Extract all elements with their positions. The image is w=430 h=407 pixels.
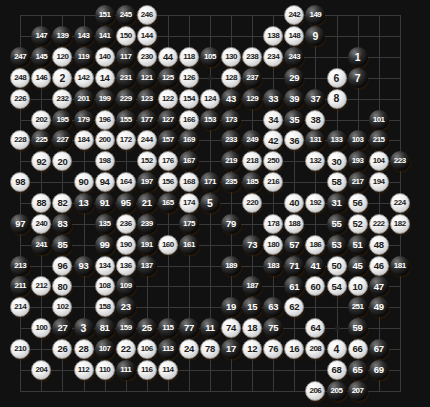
stone-black-159: 159 <box>116 318 136 338</box>
stone-black-83: 83 <box>52 214 72 234</box>
board-frame: 1512452462421491471391431411501441381489… <box>0 0 430 407</box>
stone-white-220: 220 <box>242 193 262 213</box>
stone-black-57: 57 <box>284 235 304 255</box>
stone-white-148: 148 <box>284 26 304 46</box>
stone-black-99: 99 <box>95 235 115 255</box>
stone-black-25: 25 <box>137 318 157 338</box>
stone-white-216: 216 <box>263 172 283 192</box>
stone-black-241: 241 <box>31 235 51 255</box>
stone-black-247: 247 <box>10 47 30 67</box>
stone-white-146: 146 <box>31 68 51 88</box>
stone-white-118: 118 <box>179 47 199 67</box>
stone-white-242: 242 <box>284 5 304 25</box>
stone-black-117: 117 <box>116 47 136 67</box>
stone-black-69: 69 <box>369 360 389 380</box>
stone-white-112: 112 <box>74 360 94 380</box>
stone-white-156: 156 <box>158 172 178 192</box>
stone-white-178: 178 <box>263 214 283 234</box>
stone-white-208: 208 <box>305 339 325 359</box>
stone-black-41: 41 <box>305 256 325 276</box>
stone-white-16: 16 <box>284 339 304 359</box>
stone-white-150: 150 <box>116 26 136 46</box>
stone-black-217: 217 <box>348 172 368 192</box>
stone-white-74: 74 <box>221 318 241 338</box>
stone-white-180: 180 <box>263 235 283 255</box>
stone-black-173: 173 <box>221 110 241 130</box>
stone-black-171: 171 <box>200 172 220 192</box>
stone-white-122: 122 <box>158 89 178 109</box>
stone-white-164: 164 <box>116 172 136 192</box>
stone-white-36: 36 <box>284 130 304 150</box>
stone-black-71: 71 <box>284 256 304 276</box>
stone-white-166: 166 <box>179 110 199 130</box>
stone-black-147: 147 <box>31 26 51 46</box>
stone-white-96: 96 <box>52 256 72 276</box>
stone-black-215: 215 <box>369 130 389 150</box>
stone-black-227: 227 <box>52 130 72 150</box>
stone-white-66: 66 <box>348 339 368 359</box>
stone-white-14: 14 <box>95 68 115 88</box>
stone-black-165: 165 <box>158 193 178 213</box>
stone-white-160: 160 <box>158 235 178 255</box>
stone-white-110: 110 <box>95 360 115 380</box>
stone-black-65: 65 <box>348 360 368 380</box>
stone-white-8: 8 <box>327 89 347 109</box>
stone-black-31: 31 <box>327 193 347 213</box>
stone-black-127: 127 <box>158 110 178 130</box>
stone-black-145: 145 <box>31 47 51 67</box>
stone-white-6: 6 <box>327 68 347 88</box>
stone-black-49: 49 <box>369 297 389 317</box>
stone-black-197: 197 <box>137 172 157 192</box>
stone-black-137: 137 <box>137 256 157 276</box>
stone-black-177: 177 <box>137 110 157 130</box>
stone-white-54: 54 <box>327 276 347 296</box>
stone-white-64: 64 <box>305 318 325 338</box>
stone-black-235: 235 <box>221 172 241 192</box>
stone-black-37: 37 <box>305 89 325 109</box>
stone-white-142: 142 <box>74 68 94 88</box>
stone-black-225: 225 <box>31 130 51 150</box>
stone-black-43: 43 <box>221 89 241 109</box>
stone-white-114: 114 <box>158 360 178 380</box>
stone-black-185: 185 <box>242 172 262 192</box>
stone-white-106: 106 <box>137 339 157 359</box>
stone-white-34: 34 <box>263 110 283 130</box>
stone-black-169: 169 <box>179 130 199 150</box>
stone-black-129: 129 <box>242 89 262 109</box>
stone-black-237: 237 <box>242 68 262 88</box>
stone-white-236: 236 <box>116 214 136 234</box>
stone-white-130: 130 <box>221 47 241 67</box>
stone-black-109: 109 <box>116 276 136 296</box>
stone-white-4: 4 <box>327 339 347 359</box>
stone-black-121: 121 <box>137 68 157 88</box>
stone-white-176: 176 <box>158 151 178 171</box>
stone-black-179: 179 <box>74 110 94 130</box>
stone-black-111: 111 <box>116 360 136 380</box>
stone-black-141: 141 <box>95 26 115 46</box>
stone-black-11: 11 <box>200 318 220 338</box>
stone-white-214: 214 <box>10 297 30 317</box>
grid-hline <box>20 307 400 308</box>
stone-white-144: 144 <box>137 26 157 46</box>
stone-black-29: 29 <box>284 68 304 88</box>
stone-black-133: 133 <box>327 130 347 150</box>
stone-black-219: 219 <box>221 151 241 171</box>
stone-black-239: 239 <box>137 214 157 234</box>
stone-white-12: 12 <box>242 339 262 359</box>
stone-black-205: 205 <box>327 381 347 401</box>
stone-white-172: 172 <box>116 130 136 150</box>
stone-white-228: 228 <box>10 130 30 150</box>
stone-black-189: 189 <box>221 256 241 276</box>
stone-black-115: 115 <box>158 318 178 338</box>
stone-black-103: 103 <box>348 130 368 150</box>
stone-black-107: 107 <box>95 339 115 359</box>
stone-white-182: 182 <box>390 214 410 234</box>
stone-black-213: 213 <box>10 256 30 276</box>
stone-black-81: 81 <box>95 318 115 338</box>
stone-black-27: 27 <box>52 318 72 338</box>
stone-white-224: 224 <box>390 193 410 213</box>
stone-black-53: 53 <box>327 235 347 255</box>
stone-black-47: 47 <box>369 276 389 296</box>
stone-white-204: 204 <box>31 360 51 380</box>
stone-white-76: 76 <box>263 339 283 359</box>
stone-white-102: 102 <box>52 297 72 317</box>
stone-black-199: 199 <box>95 89 115 109</box>
stone-black-233: 233 <box>221 130 241 150</box>
stone-black-231: 231 <box>116 68 136 88</box>
stone-white-206: 206 <box>305 381 325 401</box>
stone-black-19: 19 <box>221 297 241 317</box>
stone-black-1: 1 <box>348 47 368 67</box>
stone-black-105: 105 <box>200 47 220 67</box>
stone-black-23: 23 <box>116 297 136 317</box>
stone-white-48: 48 <box>369 235 389 255</box>
stone-black-73: 73 <box>242 235 262 255</box>
stone-white-234: 234 <box>263 47 283 67</box>
stone-white-82: 82 <box>52 193 72 213</box>
stone-black-229: 229 <box>116 89 136 109</box>
stone-black-249: 249 <box>242 130 262 150</box>
stone-black-139: 139 <box>52 26 72 46</box>
stone-white-196: 196 <box>95 110 115 130</box>
stone-black-97: 97 <box>10 214 30 234</box>
stone-black-149: 149 <box>305 5 325 25</box>
stone-white-104: 104 <box>369 151 389 171</box>
stone-black-195: 195 <box>52 110 72 130</box>
stone-white-134: 134 <box>95 256 115 276</box>
stone-black-223: 223 <box>390 151 410 171</box>
stone-black-167: 167 <box>179 151 199 171</box>
stone-white-132: 132 <box>305 151 325 171</box>
stone-black-55: 55 <box>327 214 347 234</box>
stone-white-62: 62 <box>284 297 304 317</box>
stone-white-56: 56 <box>348 193 368 213</box>
stone-white-240: 240 <box>31 214 51 234</box>
stone-black-61: 61 <box>284 276 304 296</box>
stone-white-248: 248 <box>10 68 30 88</box>
stone-black-77: 77 <box>179 318 199 338</box>
star-point <box>335 326 340 331</box>
star-point <box>208 76 213 81</box>
stone-black-59: 59 <box>348 318 368 338</box>
stone-white-40: 40 <box>284 193 304 213</box>
stone-black-21: 21 <box>137 193 157 213</box>
stone-black-251: 251 <box>348 297 368 317</box>
stone-white-18: 18 <box>242 318 262 338</box>
stone-black-7: 7 <box>348 68 368 88</box>
stone-white-186: 186 <box>305 235 325 255</box>
stone-white-90: 90 <box>74 172 94 192</box>
stone-white-38: 38 <box>305 110 325 130</box>
stone-white-200: 200 <box>95 130 115 150</box>
stone-white-20: 20 <box>52 151 72 171</box>
stone-black-243: 243 <box>284 47 304 67</box>
stone-white-244: 244 <box>137 130 157 150</box>
stone-black-119: 119 <box>74 47 94 67</box>
stone-black-143: 143 <box>74 26 94 46</box>
stone-white-28: 28 <box>74 339 94 359</box>
stone-white-60: 60 <box>305 276 325 296</box>
stone-black-157: 157 <box>158 130 178 150</box>
stone-black-187: 187 <box>242 276 262 296</box>
stone-white-2: 2 <box>52 68 72 88</box>
stone-black-45: 45 <box>348 256 368 276</box>
stone-white-128: 128 <box>221 68 241 88</box>
stone-white-68: 68 <box>327 360 347 380</box>
stone-white-154: 154 <box>179 89 199 109</box>
stone-white-136: 136 <box>116 256 136 276</box>
stone-black-211: 211 <box>10 276 30 296</box>
stone-white-232: 232 <box>52 89 72 109</box>
stone-black-181: 181 <box>390 256 410 276</box>
stone-white-152: 152 <box>137 151 157 171</box>
stone-black-153: 153 <box>200 110 220 130</box>
stone-white-78: 78 <box>200 339 220 359</box>
stone-black-193: 193 <box>348 151 368 171</box>
stone-white-168: 168 <box>179 172 199 192</box>
stone-white-174: 174 <box>179 193 199 213</box>
stone-white-52: 52 <box>348 214 368 234</box>
stone-white-190: 190 <box>116 235 136 255</box>
stone-white-126: 126 <box>179 68 199 88</box>
stone-black-201: 201 <box>74 89 94 109</box>
stone-white-188: 188 <box>284 214 304 234</box>
stone-black-207: 207 <box>348 381 368 401</box>
stone-black-15: 15 <box>242 297 262 317</box>
stone-white-138: 138 <box>263 26 283 46</box>
stone-white-42: 42 <box>263 130 283 150</box>
stone-white-218: 218 <box>242 151 262 171</box>
grid-vline <box>379 15 380 391</box>
stone-white-212: 212 <box>31 276 51 296</box>
stone-white-120: 120 <box>52 47 72 67</box>
stone-black-63: 63 <box>263 297 283 317</box>
stone-black-67: 67 <box>369 339 389 359</box>
stone-white-230: 230 <box>137 47 157 67</box>
stone-white-26: 26 <box>52 339 72 359</box>
stone-black-35: 35 <box>284 110 304 130</box>
stone-black-91: 91 <box>95 193 115 213</box>
stone-white-98: 98 <box>10 172 30 192</box>
stone-black-135: 135 <box>95 214 115 234</box>
stone-black-17: 17 <box>221 339 241 359</box>
stone-black-33: 33 <box>263 89 283 109</box>
stone-black-123: 123 <box>137 89 157 109</box>
stone-black-95: 95 <box>116 193 136 213</box>
stone-white-80: 80 <box>52 276 72 296</box>
stone-white-226: 226 <box>10 89 30 109</box>
stone-black-39: 39 <box>284 89 304 109</box>
stone-black-125: 125 <box>158 68 178 88</box>
stone-white-116: 116 <box>137 360 157 380</box>
stone-white-58: 58 <box>327 172 347 192</box>
stone-white-88: 88 <box>31 193 51 213</box>
stone-white-94: 94 <box>95 172 115 192</box>
stone-black-155: 155 <box>116 110 136 130</box>
stone-white-222: 222 <box>369 214 389 234</box>
stone-white-100: 100 <box>31 318 51 338</box>
stone-white-92: 92 <box>31 151 51 171</box>
stone-white-210: 210 <box>10 339 30 359</box>
stone-white-238: 238 <box>242 47 262 67</box>
stone-black-183: 183 <box>263 256 283 276</box>
stone-black-75: 75 <box>263 318 283 338</box>
stone-black-245: 245 <box>116 5 136 25</box>
stone-white-158: 158 <box>95 297 115 317</box>
stone-white-202: 202 <box>31 110 51 130</box>
stone-black-175: 175 <box>179 214 199 234</box>
stone-black-51: 51 <box>348 235 368 255</box>
stone-black-131: 131 <box>305 130 325 150</box>
stone-white-184: 184 <box>74 130 94 150</box>
stone-black-93: 93 <box>74 256 94 276</box>
go-board[interactable]: 1512452462421491471391431411501441381489… <box>2 2 427 403</box>
stone-white-124: 124 <box>200 89 220 109</box>
stone-white-250: 250 <box>263 151 283 171</box>
stone-white-22: 22 <box>116 339 136 359</box>
stone-white-198: 198 <box>95 151 115 171</box>
stone-white-10: 10 <box>348 276 368 296</box>
stone-white-46: 46 <box>369 256 389 276</box>
stone-black-3: 3 <box>74 318 94 338</box>
stone-black-79: 79 <box>221 214 241 234</box>
stone-black-9: 9 <box>305 26 325 46</box>
stone-black-85: 85 <box>52 235 72 255</box>
stone-white-44: 44 <box>158 47 178 67</box>
stone-white-140: 140 <box>95 47 115 67</box>
stone-white-108: 108 <box>95 276 115 296</box>
stone-white-192: 192 <box>305 193 325 213</box>
stone-black-101: 101 <box>369 110 389 130</box>
stone-black-161: 161 <box>179 235 199 255</box>
stone-white-24: 24 <box>179 339 199 359</box>
stone-black-191: 191 <box>137 235 157 255</box>
stone-white-50: 50 <box>327 256 347 276</box>
stone-black-151: 151 <box>95 5 115 25</box>
stone-black-13: 13 <box>74 193 94 213</box>
stone-white-194: 194 <box>369 172 389 192</box>
stone-black-5: 5 <box>200 193 220 213</box>
stone-white-30: 30 <box>327 151 347 171</box>
stone-white-246: 246 <box>137 5 157 25</box>
stone-black-113: 113 <box>158 339 178 359</box>
